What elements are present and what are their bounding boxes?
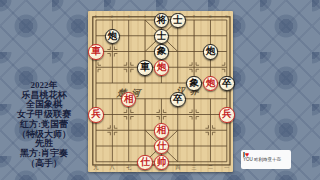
event-text-block: 2022年乐昌桃花杯全国象棋女子甲级联赛红方:党国蕾（特级大师）先胜黑方:肖宇奏… [0, 81, 88, 168]
piece-red-advisor[interactable]: 仕 [137, 155, 153, 171]
piece-black-cannon[interactable]: 炮 [105, 29, 121, 45]
file-label-bottom: 四 [175, 164, 180, 170]
piece-black-elephant[interactable]: 象 [186, 76, 202, 92]
file-label-bottom: 八 [110, 164, 115, 170]
event-text-line: （高手） [0, 159, 88, 169]
file-label-bottom: 一 [224, 164, 229, 170]
piece-black-soldier[interactable]: 卒 [170, 92, 186, 108]
file-label-bottom: 二 [208, 164, 213, 170]
piece-black-soldier[interactable]: 卒 [219, 76, 235, 92]
piece-black-chariot[interactable]: 車 [137, 60, 153, 76]
piece-black-advisor[interactable]: 士 [170, 13, 186, 29]
piece-black-elephant[interactable]: 象 [154, 44, 170, 60]
piece-black-advisor[interactable]: 士 [154, 29, 170, 45]
file-label-bottom: 三 [192, 164, 197, 170]
channel-watermark: I♥ YOU 哈利路亚十亮 [241, 150, 291, 169]
file-label-top: 9 [225, 14, 228, 19]
piece-red-general[interactable]: 帅 [154, 155, 170, 171]
watermark-line2: YOU 哈利路亚十亮 [243, 158, 289, 163]
piece-red-chariot[interactable]: 車 [88, 44, 104, 60]
file-label-top: 7 [193, 14, 196, 19]
file-label-top: 4 [144, 14, 147, 19]
file-label-bottom: 九 [94, 164, 99, 170]
file-label-top: 2 [111, 14, 114, 19]
file-label-bottom: 七 [126, 164, 131, 170]
file-label-top: 3 [127, 14, 130, 19]
piece-red-soldier[interactable]: 兵 [219, 107, 235, 123]
file-label-top: 8 [209, 14, 212, 19]
file-label-top: 1 [95, 14, 98, 19]
piece-red-elephant[interactable]: 相 [154, 123, 170, 139]
xiangqi-board: 楚河 汉界 123456789 九八七六五四三二一 将士士炮象炮車象卒卒車炮炮相… [88, 11, 233, 172]
piece-red-cannon[interactable]: 炮 [154, 60, 170, 76]
piece-red-soldier[interactable]: 兵 [88, 107, 104, 123]
video-frame: 2022年乐昌桃花杯全国象棋女子甲级联赛红方:党国蕾（特级大师）先胜黑方:肖宇奏… [0, 0, 320, 180]
piece-black-cannon[interactable]: 炮 [203, 44, 219, 60]
